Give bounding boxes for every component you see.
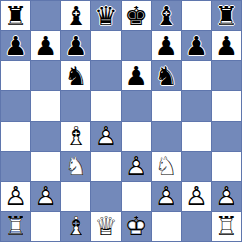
white-piece-outline-glyph: ♗ <box>61 212 90 241</box>
square-a3[interactable] <box>1 152 30 181</box>
piece-black-bishop[interactable]: ♝ <box>61 1 90 30</box>
square-c8[interactable]: ♝ <box>61 1 90 30</box>
square-a8[interactable]: ♜ <box>1 1 30 30</box>
square-h4[interactable] <box>212 122 241 151</box>
square-f6[interactable]: ♞ <box>152 61 181 90</box>
piece-white-queen[interactable]: ♛♕ <box>91 212 120 241</box>
piece-white-bishop[interactable]: ♝♗ <box>61 212 90 241</box>
piece-black-queen[interactable]: ♛ <box>91 1 120 30</box>
white-piece-outline-glyph: ♘ <box>152 152 181 181</box>
square-d2[interactable] <box>91 182 120 211</box>
piece-black-pawn[interactable]: ♟ <box>182 31 211 60</box>
square-h2[interactable]: ♟♙ <box>212 182 241 211</box>
square-h7[interactable]: ♟ <box>212 31 241 60</box>
piece-white-king[interactable]: ♚♔ <box>122 212 151 241</box>
piece-black-pawn[interactable]: ♟ <box>61 31 90 60</box>
white-piece-outline-glyph: ♙ <box>152 182 181 211</box>
piece-white-rook[interactable]: ♜♖ <box>1 212 30 241</box>
square-h8[interactable]: ♜ <box>212 1 241 30</box>
square-g8[interactable] <box>182 1 211 30</box>
chess-board: ♜♝♛♚♝♜♟♟♟♟♟♟♞♟♞♝♗♟♙♞♘♟♙♞♘♟♙♟♙♟♙♟♙♟♙♜♖♝♗♛… <box>0 0 242 242</box>
square-c6[interactable]: ♞ <box>61 61 90 90</box>
square-a4[interactable] <box>1 122 30 151</box>
square-f5[interactable] <box>152 91 181 120</box>
piece-black-knight[interactable]: ♞ <box>152 61 181 90</box>
white-piece-outline-glyph: ♙ <box>212 182 241 211</box>
square-c2[interactable] <box>61 182 90 211</box>
square-h1[interactable]: ♜♖ <box>212 212 241 241</box>
piece-black-king[interactable]: ♚ <box>122 1 151 30</box>
square-d5[interactable] <box>91 91 120 120</box>
piece-white-pawn[interactable]: ♟♙ <box>182 182 211 211</box>
square-a7[interactable]: ♟ <box>1 31 30 60</box>
square-f7[interactable]: ♟ <box>152 31 181 60</box>
white-piece-outline-glyph: ♘ <box>61 152 90 181</box>
piece-black-pawn[interactable]: ♟ <box>122 61 151 90</box>
square-d8[interactable]: ♛ <box>91 1 120 30</box>
square-a5[interactable] <box>1 91 30 120</box>
white-piece-outline-glyph: ♙ <box>122 152 151 181</box>
white-piece-outline-glyph: ♔ <box>122 212 151 241</box>
square-a6[interactable] <box>1 61 30 90</box>
white-piece-outline-glyph: ♖ <box>1 212 30 241</box>
square-d7[interactable] <box>91 31 120 60</box>
square-e2[interactable] <box>122 182 151 211</box>
piece-white-pawn[interactable]: ♟♙ <box>31 182 60 211</box>
piece-black-rook[interactable]: ♜ <box>1 1 30 30</box>
square-c1[interactable]: ♝♗ <box>61 212 90 241</box>
square-h5[interactable] <box>212 91 241 120</box>
square-g3[interactable] <box>182 152 211 181</box>
square-f3[interactable]: ♞♘ <box>152 152 181 181</box>
square-e7[interactable] <box>122 31 151 60</box>
white-piece-outline-glyph: ♙ <box>31 182 60 211</box>
square-b3[interactable] <box>31 152 60 181</box>
white-piece-outline-glyph: ♙ <box>1 182 30 211</box>
piece-white-knight[interactable]: ♞♘ <box>61 152 90 181</box>
square-f8[interactable]: ♝ <box>152 1 181 30</box>
square-d4[interactable]: ♟♙ <box>91 122 120 151</box>
square-b1[interactable] <box>31 212 60 241</box>
white-piece-outline-glyph: ♙ <box>182 182 211 211</box>
piece-black-pawn[interactable]: ♟ <box>212 31 241 60</box>
square-b8[interactable] <box>31 1 60 30</box>
square-b7[interactable]: ♟ <box>31 31 60 60</box>
white-piece-outline-glyph: ♕ <box>91 212 120 241</box>
square-c5[interactable] <box>61 91 90 120</box>
piece-white-rook[interactable]: ♜♖ <box>212 212 241 241</box>
square-e4[interactable] <box>122 122 151 151</box>
square-g1[interactable] <box>182 212 211 241</box>
piece-black-pawn[interactable]: ♟ <box>152 31 181 60</box>
piece-white-pawn[interactable]: ♟♙ <box>212 182 241 211</box>
square-d1[interactable]: ♛♕ <box>91 212 120 241</box>
square-a1[interactable]: ♜♖ <box>1 212 30 241</box>
square-h3[interactable] <box>212 152 241 181</box>
white-piece-outline-glyph: ♙ <box>91 122 120 151</box>
piece-white-pawn[interactable]: ♟♙ <box>152 182 181 211</box>
square-h6[interactable] <box>212 61 241 90</box>
square-f2[interactable]: ♟♙ <box>152 182 181 211</box>
piece-white-knight[interactable]: ♞♘ <box>152 152 181 181</box>
square-c3[interactable]: ♞♘ <box>61 152 90 181</box>
piece-black-bishop[interactable]: ♝ <box>152 1 181 30</box>
square-d3[interactable] <box>91 152 120 181</box>
white-piece-outline-glyph: ♗ <box>61 122 90 151</box>
piece-black-rook[interactable]: ♜ <box>212 1 241 30</box>
square-e6[interactable]: ♟ <box>122 61 151 90</box>
square-g4[interactable] <box>182 122 211 151</box>
square-g7[interactable]: ♟ <box>182 31 211 60</box>
square-f4[interactable] <box>152 122 181 151</box>
square-d6[interactable] <box>91 61 120 90</box>
square-b5[interactable] <box>31 91 60 120</box>
square-e3[interactable]: ♟♙ <box>122 152 151 181</box>
piece-white-pawn[interactable]: ♟♙ <box>91 122 120 151</box>
square-g2[interactable]: ♟♙ <box>182 182 211 211</box>
square-b4[interactable] <box>31 122 60 151</box>
square-f1[interactable] <box>152 212 181 241</box>
square-e1[interactable]: ♚♔ <box>122 212 151 241</box>
white-piece-outline-glyph: ♖ <box>212 212 241 241</box>
square-b6[interactable] <box>31 61 60 90</box>
piece-white-pawn[interactable]: ♟♙ <box>1 182 30 211</box>
square-c7[interactable]: ♟ <box>61 31 90 60</box>
square-e5[interactable] <box>122 91 151 120</box>
square-g6[interactable] <box>182 61 211 90</box>
square-g5[interactable] <box>182 91 211 120</box>
piece-black-pawn[interactable]: ♟ <box>1 31 30 60</box>
square-c4[interactable]: ♝♗ <box>61 122 90 151</box>
piece-white-bishop[interactable]: ♝♗ <box>61 122 90 151</box>
piece-white-pawn[interactable]: ♟♙ <box>122 152 151 181</box>
square-b2[interactable]: ♟♙ <box>31 182 60 211</box>
square-e8[interactable]: ♚ <box>122 1 151 30</box>
piece-black-knight[interactable]: ♞ <box>61 61 90 90</box>
square-a2[interactable]: ♟♙ <box>1 182 30 211</box>
piece-black-pawn[interactable]: ♟ <box>31 31 60 60</box>
